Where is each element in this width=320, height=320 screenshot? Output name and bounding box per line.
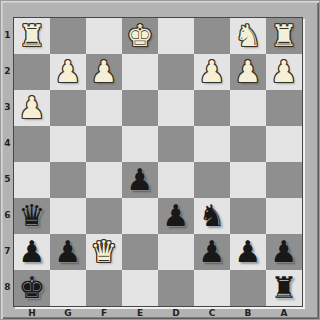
square-d5[interactable] [158,162,194,198]
square-c1[interactable] [194,18,230,54]
file-label-a: A [266,307,302,320]
rank-label-4: 4 [2,125,13,161]
piece-white-knight-b1[interactable]: ♞ [235,18,262,54]
square-c4[interactable] [194,126,230,162]
rank-label-8: 8 [2,269,13,305]
piece-black-pawn-a7[interactable]: ♟ [271,234,298,270]
square-c5[interactable] [194,162,230,198]
rank-label-2: 2 [2,53,13,89]
square-e7[interactable] [122,234,158,270]
square-b8[interactable] [230,270,266,306]
square-h3[interactable]: ♟ [14,90,50,126]
piece-black-knight-c6[interactable]: ♞ [199,198,226,234]
piece-white-pawn-c2[interactable]: ♟ [199,54,226,90]
square-c3[interactable] [194,90,230,126]
chess-diagram-frame: 12345678 ♜♚♞♜♟♟♟♟♟♟♟♛♟♞♟♟♛♟♟♟♚♜ HGFEDCBA [0,0,320,320]
square-e2[interactable] [122,54,158,90]
square-e3[interactable] [122,90,158,126]
square-d6[interactable]: ♟ [158,198,194,234]
square-b6[interactable] [230,198,266,234]
piece-black-pawn-d6[interactable]: ♟ [163,198,190,234]
square-f4[interactable] [86,126,122,162]
piece-white-pawn-b2[interactable]: ♟ [235,54,262,90]
square-g4[interactable] [50,126,86,162]
file-labels: HGFEDCBA [14,307,302,320]
file-label-c: C [194,307,230,320]
square-b7[interactable]: ♟ [230,234,266,270]
square-b2[interactable]: ♟ [230,54,266,90]
square-f3[interactable] [86,90,122,126]
square-e4[interactable] [122,126,158,162]
piece-white-king-e1[interactable]: ♚ [127,18,154,54]
piece-white-queen-f7[interactable]: ♛ [91,234,118,270]
square-h1[interactable]: ♜ [14,18,50,54]
piece-black-pawn-e5[interactable]: ♟ [127,162,154,198]
square-f7[interactable]: ♛ [86,234,122,270]
square-d8[interactable] [158,270,194,306]
square-e6[interactable] [122,198,158,234]
piece-white-pawn-a2[interactable]: ♟ [271,54,298,90]
square-h2[interactable] [14,54,50,90]
square-g1[interactable] [50,18,86,54]
square-d4[interactable] [158,126,194,162]
piece-black-rook-a8[interactable]: ♜ [271,270,298,306]
square-g5[interactable] [50,162,86,198]
rank-label-5: 5 [2,161,13,197]
square-a3[interactable] [266,90,302,126]
square-a1[interactable]: ♜ [266,18,302,54]
square-c2[interactable]: ♟ [194,54,230,90]
square-f6[interactable] [86,198,122,234]
square-d3[interactable] [158,90,194,126]
square-a8[interactable]: ♜ [266,270,302,306]
square-a2[interactable]: ♟ [266,54,302,90]
square-d2[interactable] [158,54,194,90]
piece-white-pawn-f2[interactable]: ♟ [91,54,118,90]
square-h8[interactable]: ♚ [14,270,50,306]
square-g8[interactable] [50,270,86,306]
square-c7[interactable]: ♟ [194,234,230,270]
square-h6[interactable]: ♛ [14,198,50,234]
rank-label-7: 7 [2,233,13,269]
square-h4[interactable] [14,126,50,162]
square-b1[interactable]: ♞ [230,18,266,54]
piece-black-king-h8[interactable]: ♚ [19,270,46,306]
piece-white-pawn-g2[interactable]: ♟ [55,54,82,90]
square-g2[interactable]: ♟ [50,54,86,90]
square-c6[interactable]: ♞ [194,198,230,234]
rank-label-1: 1 [2,17,13,53]
square-g3[interactable] [50,90,86,126]
file-label-e: E [122,307,158,320]
square-f8[interactable] [86,270,122,306]
square-d1[interactable] [158,18,194,54]
square-g6[interactable] [50,198,86,234]
rank-label-6: 6 [2,197,13,233]
rank-label-3: 3 [2,89,13,125]
square-a5[interactable] [266,162,302,198]
square-h5[interactable] [14,162,50,198]
piece-white-pawn-h3[interactable]: ♟ [19,90,46,126]
square-a7[interactable]: ♟ [266,234,302,270]
piece-black-pawn-c7[interactable]: ♟ [199,234,226,270]
rank-labels: 12345678 [2,17,13,305]
piece-white-rook-h1[interactable]: ♜ [19,18,46,54]
board-grid: ♜♚♞♜♟♟♟♟♟♟♟♛♟♞♟♟♛♟♟♟♚♜ [13,17,303,307]
square-g7[interactable]: ♟ [50,234,86,270]
piece-white-rook-a1[interactable]: ♜ [271,18,298,54]
square-b5[interactable] [230,162,266,198]
square-b4[interactable] [230,126,266,162]
square-h7[interactable]: ♟ [14,234,50,270]
file-label-b: B [230,307,266,320]
square-f5[interactable] [86,162,122,198]
file-label-f: F [86,307,122,320]
piece-black-pawn-b7[interactable]: ♟ [235,234,262,270]
square-e1[interactable]: ♚ [122,18,158,54]
file-label-g: G [50,307,86,320]
square-b3[interactable] [230,90,266,126]
square-e5[interactable]: ♟ [122,162,158,198]
square-d7[interactable] [158,234,194,270]
file-label-d: D [158,307,194,320]
square-e8[interactable] [122,270,158,306]
square-f1[interactable] [86,18,122,54]
piece-black-pawn-h7[interactable]: ♟ [19,234,46,270]
piece-black-pawn-g7[interactable]: ♟ [55,234,82,270]
square-a4[interactable] [266,126,302,162]
square-c8[interactable] [194,270,230,306]
square-f2[interactable]: ♟ [86,54,122,90]
piece-black-queen-h6[interactable]: ♛ [19,198,46,234]
square-a6[interactable] [266,198,302,234]
file-label-h: H [14,307,50,320]
